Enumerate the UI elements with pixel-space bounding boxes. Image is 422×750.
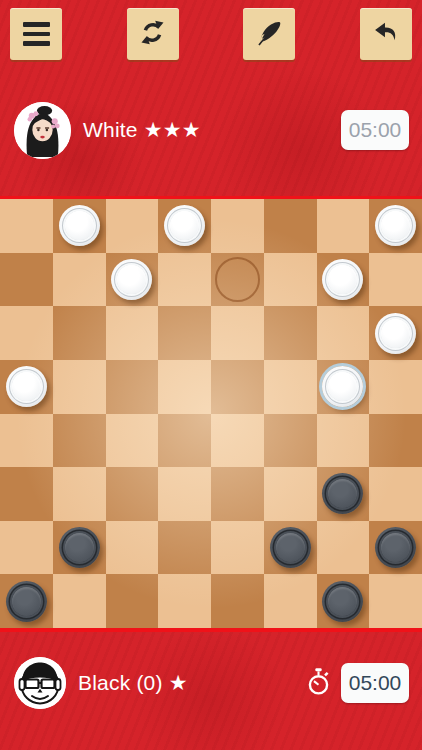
square-a6 [0,306,53,360]
white-timer: 05:00 [341,110,409,150]
square-a2 [0,521,53,575]
black-piece[interactable] [6,581,47,622]
square-b4[interactable] [53,414,106,468]
square-g1[interactable] [317,574,370,628]
refresh-button[interactable] [127,8,179,60]
white-player-name: White ★★★ [83,118,201,142]
square-c7[interactable] [106,253,159,307]
square-b3 [53,467,106,521]
square-b1 [53,574,106,628]
square-f3 [264,467,317,521]
square-c5[interactable] [106,360,159,414]
square-d1 [158,574,211,628]
stopwatch-icon [307,667,330,700]
square-e1[interactable] [211,574,264,628]
square-a8 [0,199,53,253]
square-h7 [369,253,422,307]
hamburger-icon [23,22,50,46]
square-f5 [264,360,317,414]
black-piece[interactable] [59,527,100,568]
black-player-avatar [14,657,66,709]
square-e3[interactable] [211,467,264,521]
square-e8 [211,199,264,253]
black-timer: 05:00 [341,663,409,703]
white-piece[interactable] [375,313,416,354]
square-c3[interactable] [106,467,159,521]
square-a7[interactable] [0,253,53,307]
black-piece[interactable] [322,473,363,514]
checkers-app: White ★★★ 05:00 Black (0) ★ [0,0,422,750]
square-h5 [369,360,422,414]
square-b7 [53,253,106,307]
square-h8[interactable] [369,199,422,253]
undo-button[interactable] [360,8,412,60]
square-f8[interactable] [264,199,317,253]
square-f4[interactable] [264,414,317,468]
square-g7[interactable] [317,253,370,307]
white-player-avatar [14,102,71,159]
square-b2[interactable] [53,521,106,575]
refresh-icon [139,19,166,49]
black-piece[interactable] [270,527,311,568]
move-origin-marker [215,257,260,302]
square-g2 [317,521,370,575]
square-g6 [317,306,370,360]
square-h6[interactable] [369,306,422,360]
white-player-bar: White ★★★ 05:00 [14,102,409,158]
girl-avatar [14,102,71,159]
square-g3[interactable] [317,467,370,521]
white-piece[interactable] [6,366,47,407]
square-d3 [158,467,211,521]
board [0,199,422,628]
square-g4 [317,414,370,468]
square-g5[interactable] [317,360,370,414]
square-f6[interactable] [264,306,317,360]
square-e2 [211,521,264,575]
square-c1[interactable] [106,574,159,628]
square-c8 [106,199,159,253]
square-a4 [0,414,53,468]
square-b5 [53,360,106,414]
feather-icon [255,19,283,50]
board-top-divider [0,196,422,199]
square-h4[interactable] [369,414,422,468]
square-f7 [264,253,317,307]
square-f1 [264,574,317,628]
square-d7 [158,253,211,307]
white-piece[interactable] [164,205,205,246]
square-c6 [106,306,159,360]
square-a5[interactable] [0,360,53,414]
feather-button[interactable] [243,8,295,60]
white-piece[interactable] [111,259,152,300]
black-player-bar: Black (0) ★ 05:00 [14,657,409,709]
square-d4[interactable] [158,414,211,468]
square-h3 [369,467,422,521]
black-piece[interactable] [375,527,416,568]
black-piece[interactable] [322,581,363,622]
boy-avatar [14,657,66,709]
board-bottom-divider [0,628,422,632]
white-piece[interactable] [322,259,363,300]
white-piece-selected[interactable] [322,366,363,407]
square-a3[interactable] [0,467,53,521]
square-c4 [106,414,159,468]
square-e7[interactable] [211,253,264,307]
square-h1 [369,574,422,628]
square-d5 [158,360,211,414]
top-toolbar [10,8,412,60]
black-player-name: Black (0) ★ [78,671,188,695]
square-b6[interactable] [53,306,106,360]
square-b8[interactable] [53,199,106,253]
square-d8[interactable] [158,199,211,253]
undo-icon [372,19,399,49]
square-e5[interactable] [211,360,264,414]
square-h2[interactable] [369,521,422,575]
square-e4 [211,414,264,468]
white-piece[interactable] [59,205,100,246]
square-a1[interactable] [0,574,53,628]
square-e6 [211,306,264,360]
square-g8 [317,199,370,253]
square-d6[interactable] [158,306,211,360]
square-c2 [106,521,159,575]
square-f2[interactable] [264,521,317,575]
menu-button[interactable] [10,8,62,60]
square-d2[interactable] [158,521,211,575]
white-piece[interactable] [375,205,416,246]
